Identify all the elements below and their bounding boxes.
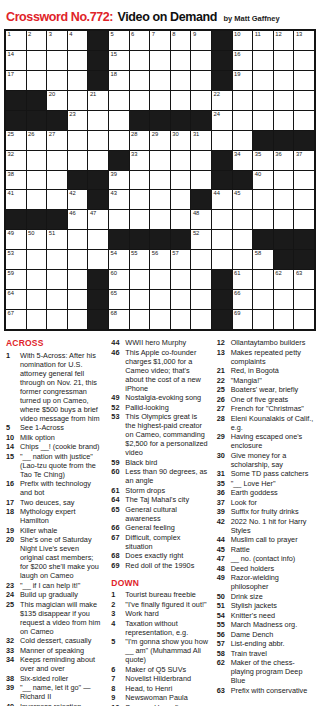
white-cell[interactable] <box>47 290 67 309</box>
white-cell[interactable] <box>274 71 294 90</box>
white-cell[interactable] <box>233 111 253 130</box>
clue-across-68: 68Does exactly right <box>111 551 208 560</box>
cell-number: 32 <box>8 151 14 158</box>
clue-across-5: 5See 1-Across <box>6 423 103 432</box>
cell-number: 26 <box>28 131 34 138</box>
black-cell <box>212 310 232 329</box>
clue-number: 28 <box>217 414 231 432</box>
clue-text: Earth goddess <box>231 488 314 497</box>
white-cell[interactable] <box>253 71 273 90</box>
white-cell[interactable]: 19 <box>233 71 253 90</box>
white-cell[interactable] <box>130 210 150 229</box>
white-cell[interactable] <box>68 310 88 329</box>
white-cell[interactable] <box>47 71 67 90</box>
white-cell[interactable] <box>130 71 150 90</box>
white-cell[interactable] <box>130 171 150 190</box>
white-cell[interactable] <box>47 190 67 209</box>
white-cell[interactable]: 30 <box>171 131 191 150</box>
clue-number: 1 <box>111 590 125 599</box>
white-cell[interactable]: 35 <box>253 151 273 170</box>
white-cell[interactable] <box>274 210 294 229</box>
white-cell[interactable]: 52 <box>191 230 211 249</box>
clue-text: Does exactly right <box>125 551 208 560</box>
white-cell[interactable]: 59 <box>6 270 26 289</box>
white-cell[interactable] <box>294 71 314 90</box>
white-cell[interactable] <box>130 190 150 209</box>
puzzle-byline: by Matt Gaffney <box>223 14 279 23</box>
white-cell[interactable] <box>88 111 108 130</box>
black-cell <box>88 290 108 309</box>
clue-across-17: 17Two deuces, say <box>6 498 103 507</box>
cell-number: 50 <box>28 230 34 237</box>
white-cell[interactable]: 5 <box>109 31 129 50</box>
white-cell[interactable] <box>171 290 191 309</box>
white-cell[interactable] <box>109 91 129 110</box>
white-cell[interactable]: 60 <box>109 270 129 289</box>
white-cell[interactable] <box>233 250 253 269</box>
white-cell[interactable] <box>171 151 191 170</box>
white-cell[interactable]: 37 <box>294 151 314 170</box>
white-cell[interactable] <box>27 310 47 329</box>
clue-text: Six-sided roller <box>20 674 103 683</box>
white-cell[interactable]: 33 <box>130 151 150 170</box>
cell-number: 47 <box>90 210 96 217</box>
white-cell[interactable]: 54 <box>109 250 129 269</box>
clue-number: 22 <box>217 376 231 385</box>
clue-text: Suffix for fruity drinks <box>231 507 314 516</box>
white-cell[interactable]: 17 <box>6 71 26 90</box>
clue-column-3: 12Ollantaytambo builders13Makes repeated… <box>217 338 314 706</box>
cell-number: 11 <box>255 31 261 38</box>
black-cell <box>88 51 108 70</box>
white-cell[interactable]: 32 <box>6 151 26 170</box>
clue-lists: ACROSS1With 5-Across: After his nominati… <box>6 338 314 706</box>
clue-text: French for "Christmas" <box>231 404 314 413</box>
white-cell[interactable] <box>171 310 191 329</box>
white-cell[interactable]: 34 <box>233 151 253 170</box>
cell-number: 28 <box>131 131 137 138</box>
white-cell[interactable] <box>191 51 211 70</box>
white-cell[interactable]: 44 <box>212 190 232 209</box>
white-cell[interactable]: 11 <box>253 31 273 50</box>
cell-number: 44 <box>214 190 220 197</box>
white-cell[interactable]: 43 <box>109 190 129 209</box>
white-cell[interactable]: 25 <box>6 131 26 150</box>
clue-text: Keeps reminding about over and over <box>20 655 103 673</box>
white-cell[interactable] <box>212 210 232 229</box>
white-cell[interactable] <box>191 290 211 309</box>
white-cell[interactable] <box>68 71 88 90</box>
white-cell[interactable] <box>294 51 314 70</box>
black-cell <box>212 151 232 170</box>
black-cell <box>130 111 150 130</box>
clue-down-44: 44Muslim call to prayer <box>217 535 314 544</box>
clue-text: Prefix with conservative <box>231 686 314 695</box>
white-cell[interactable]: 51 <box>47 230 67 249</box>
white-cell[interactable]: 7 <box>150 31 170 50</box>
cell-number: 29 <box>152 131 158 138</box>
white-cell[interactable]: 18 <box>109 71 129 90</box>
white-cell[interactable] <box>27 171 47 190</box>
white-cell[interactable]: 53 <box>6 250 26 269</box>
white-cell[interactable] <box>233 230 253 249</box>
black-cell <box>212 51 232 70</box>
white-cell[interactable] <box>88 131 108 150</box>
white-cell[interactable] <box>253 270 273 289</box>
cell-number: 63 <box>296 270 302 277</box>
white-cell[interactable] <box>150 171 170 190</box>
white-cell[interactable] <box>253 190 273 209</box>
white-cell[interactable]: 61 <box>233 270 253 289</box>
white-cell[interactable]: 20 <box>47 91 67 110</box>
white-cell[interactable] <box>27 290 47 309</box>
white-cell[interactable] <box>212 230 232 249</box>
cell-number: 61 <box>234 270 240 277</box>
white-cell[interactable] <box>212 250 232 269</box>
white-cell[interactable] <box>109 210 129 229</box>
white-cell[interactable]: 6 <box>130 31 150 50</box>
clue-number: 57 <box>217 639 231 648</box>
white-cell[interactable] <box>150 270 170 289</box>
white-cell[interactable]: 14 <box>6 51 26 70</box>
white-cell[interactable] <box>27 190 47 209</box>
white-cell[interactable]: 41 <box>6 190 26 209</box>
clue-text: Having escaped one's enclosure <box>231 432 314 450</box>
white-cell[interactable] <box>212 131 232 150</box>
white-cell[interactable] <box>171 71 191 90</box>
white-cell[interactable] <box>47 51 67 70</box>
white-cell[interactable] <box>88 151 108 170</box>
white-cell[interactable] <box>68 151 88 170</box>
cell-number: 22 <box>214 91 220 98</box>
clue-number: 48 <box>217 564 231 573</box>
white-cell[interactable]: 64 <box>6 290 26 309</box>
white-cell[interactable] <box>68 290 88 309</box>
clue-across-18: 18Mythology expert Hamilton <box>6 507 103 525</box>
clue-down-6: 6Maker of Q5 SUVs <box>111 665 208 674</box>
white-cell[interactable] <box>150 71 170 90</box>
white-cell[interactable] <box>47 151 67 170</box>
white-cell[interactable] <box>191 270 211 289</box>
white-cell[interactable] <box>274 171 294 190</box>
clue-number: 5 <box>111 637 125 664</box>
white-cell[interactable] <box>274 51 294 70</box>
white-cell[interactable]: 15 <box>109 51 129 70</box>
clue-text: "__ Love Her" <box>231 479 314 488</box>
white-cell[interactable] <box>294 111 314 130</box>
white-cell[interactable] <box>68 250 88 269</box>
white-cell[interactable] <box>130 270 150 289</box>
white-cell[interactable]: 46 <box>68 210 88 229</box>
white-cell[interactable] <box>68 230 88 249</box>
clue-down-9: 9Newswoman Paula <box>111 693 208 702</box>
clue-number: 26 <box>217 395 231 404</box>
white-cell[interactable]: 66 <box>233 290 253 309</box>
clue-down-2: 2"I've finally figured it out!" <box>111 600 208 609</box>
white-cell[interactable]: 38 <box>6 171 26 190</box>
white-cell[interactable]: 27 <box>47 131 67 150</box>
cell-number: 27 <box>49 131 55 138</box>
clue-number: 17 <box>6 498 20 507</box>
white-cell[interactable] <box>150 310 170 329</box>
white-cell[interactable]: 3 <box>47 31 67 50</box>
clue-text: Maker of the chess-playing program Deep … <box>231 658 314 685</box>
cell-number: 13 <box>296 31 302 38</box>
white-cell[interactable]: 1 <box>6 31 26 50</box>
white-cell[interactable] <box>47 310 67 329</box>
clue-text: List-ending abbr. <box>231 639 314 648</box>
white-cell[interactable]: 4 <box>68 31 88 50</box>
clue-number: 24 <box>6 590 20 599</box>
white-cell[interactable] <box>150 51 170 70</box>
white-cell[interactable] <box>109 131 129 150</box>
white-cell[interactable] <box>253 91 273 110</box>
clue-across-10: 10Milk option <box>6 433 103 442</box>
white-cell[interactable] <box>27 270 47 289</box>
clue-down-35: 35"__ Love Her" <box>217 479 314 488</box>
clue-text: 2022 No. 1 hit for Harry Styles <box>231 517 314 535</box>
white-cell[interactable] <box>171 210 191 229</box>
white-cell[interactable] <box>27 51 47 70</box>
clue-text: With 5-Across: After his nomination for … <box>20 351 103 423</box>
white-cell[interactable] <box>191 91 211 110</box>
white-cell[interactable] <box>130 290 150 309</box>
white-cell[interactable] <box>68 51 88 70</box>
white-cell[interactable] <box>191 310 211 329</box>
white-cell[interactable] <box>294 171 314 190</box>
white-cell[interactable] <box>88 250 108 269</box>
white-cell[interactable]: 13 <box>294 31 314 50</box>
black-cell <box>6 111 26 130</box>
white-cell[interactable] <box>171 51 191 70</box>
clue-number: 39 <box>217 507 231 516</box>
white-cell[interactable]: 45 <box>233 190 253 209</box>
white-cell[interactable]: 69 <box>233 310 253 329</box>
clue-down-48: 48Deed holders <box>217 564 314 573</box>
white-cell[interactable] <box>294 290 314 309</box>
white-cell[interactable] <box>274 111 294 130</box>
white-cell[interactable] <box>171 270 191 289</box>
white-cell[interactable] <box>130 51 150 70</box>
white-cell[interactable] <box>253 290 273 309</box>
clue-down-58: 58Train travel <box>217 649 314 658</box>
cell-number: 39 <box>111 171 117 178</box>
cell-number: 31 <box>193 131 199 138</box>
clue-number: 18 <box>6 507 20 525</box>
white-cell[interactable]: 21 <box>88 91 108 110</box>
clue-text: Stylish jackets <box>231 601 314 610</box>
cell-number: 66 <box>234 290 240 297</box>
white-cell[interactable]: 50 <box>27 230 47 249</box>
clue-number: 36 <box>217 488 231 497</box>
clue-text: Novelist Hilderbrand <box>125 674 208 683</box>
black-cell <box>47 210 67 229</box>
white-cell[interactable] <box>233 131 253 150</box>
white-cell[interactable]: 10 <box>233 31 253 50</box>
cell-number: 23 <box>69 111 75 118</box>
black-cell <box>6 210 26 229</box>
white-cell[interactable]: 47 <box>88 210 108 229</box>
clue-text: "__ if I can help it!" <box>20 581 103 590</box>
white-cell[interactable]: 28 <box>130 131 150 150</box>
white-cell[interactable] <box>253 310 273 329</box>
white-cell[interactable]: 55 <box>130 250 150 269</box>
clue-text: Makes repeated petty complaints <box>231 348 314 366</box>
white-cell[interactable] <box>27 151 47 170</box>
white-cell[interactable] <box>233 91 253 110</box>
white-cell[interactable]: 56 <box>150 250 170 269</box>
white-cell[interactable]: 8 <box>171 31 191 50</box>
clue-text: Rattle <box>231 545 314 554</box>
clue-across-60: 60Less than 90 degrees, as an angle <box>111 467 208 485</box>
white-cell[interactable] <box>191 71 211 90</box>
white-cell[interactable]: 39 <box>109 171 129 190</box>
puzzle-title: Video on Demand <box>118 10 217 24</box>
clue-number: 14 <box>6 442 20 451</box>
white-cell[interactable] <box>109 111 129 130</box>
white-cell[interactable]: 65 <box>109 290 129 309</box>
white-cell[interactable] <box>274 290 294 309</box>
black-cell <box>253 230 273 249</box>
white-cell[interactable]: 68 <box>109 310 129 329</box>
white-cell[interactable]: 24 <box>212 111 232 130</box>
clue-down-45: 45Rattle <box>217 545 314 554</box>
white-cell[interactable] <box>191 151 211 170</box>
cell-number: 19 <box>234 71 240 78</box>
clue-number: 58 <box>217 649 231 658</box>
white-cell[interactable] <box>191 250 211 269</box>
white-cell[interactable] <box>47 270 67 289</box>
clue-down-50: 50Drink size <box>217 592 314 601</box>
white-cell[interactable] <box>150 151 170 170</box>
clue-across-32: 32Cold dessert, casually <box>6 636 103 645</box>
white-cell[interactable]: 48 <box>191 210 211 229</box>
white-cell[interactable] <box>27 250 47 269</box>
white-cell[interactable] <box>150 91 170 110</box>
clue-number: 10 <box>6 433 20 442</box>
clue-number: 47 <box>217 554 231 563</box>
cell-number: 59 <box>8 270 14 277</box>
clue-number: 67 <box>111 533 125 551</box>
white-cell[interactable] <box>150 290 170 309</box>
black-cell <box>212 71 232 90</box>
clue-across-69: 69Red doll of the 1990s <box>111 561 208 570</box>
white-cell[interactable] <box>294 190 314 209</box>
white-cell[interactable] <box>130 310 150 329</box>
clue-text: Black bird <box>125 458 208 467</box>
clue-number: 39 <box>6 683 20 701</box>
white-cell[interactable]: 63 <box>294 270 314 289</box>
cell-number: 1 <box>8 31 11 38</box>
white-cell[interactable]: 67 <box>6 310 26 329</box>
white-cell[interactable] <box>88 230 108 249</box>
clue-text: WWII hero Murphy <box>125 338 208 347</box>
white-cell[interactable]: 62 <box>274 270 294 289</box>
white-cell[interactable]: 42 <box>68 190 88 209</box>
white-cell[interactable]: 2 <box>27 31 47 50</box>
white-cell[interactable] <box>150 210 170 229</box>
cell-number: 6 <box>131 31 134 38</box>
clue-down-22: 22"Mangia!" <box>217 376 314 385</box>
white-cell[interactable] <box>294 210 314 229</box>
clue-across-44: 44WWII hero Murphy <box>111 338 208 347</box>
cell-number: 62 <box>275 270 281 277</box>
clue-text: This magician will make $135 disappear i… <box>20 600 103 636</box>
white-cell[interactable]: 23 <box>68 111 88 130</box>
clue-across-39: 39"__ name, let it go" —Richard II <box>6 683 103 701</box>
clue-across-16: 16Prefix with technology and bot <box>6 479 103 497</box>
white-cell[interactable]: 22 <box>212 91 232 110</box>
white-cell[interactable] <box>294 310 314 329</box>
white-cell[interactable]: 36 <box>274 151 294 170</box>
white-cell[interactable]: 26 <box>27 131 47 150</box>
white-cell[interactable] <box>68 131 88 150</box>
black-cell <box>109 230 129 249</box>
white-cell[interactable] <box>253 111 273 130</box>
clue-text: Train travel <box>231 649 314 658</box>
white-cell[interactable] <box>233 210 253 229</box>
white-cell[interactable] <box>47 250 67 269</box>
white-cell[interactable] <box>253 210 273 229</box>
cell-number: 21 <box>90 91 96 98</box>
clue-text: Dame Dench <box>231 630 314 639</box>
white-cell[interactable] <box>150 190 170 209</box>
white-cell[interactable]: 16 <box>233 51 253 70</box>
white-cell[interactable] <box>47 171 67 190</box>
cell-number: 41 <box>8 190 14 197</box>
cell-number: 45 <box>234 190 240 197</box>
white-cell[interactable] <box>68 91 88 110</box>
white-cell[interactable]: 58 <box>253 250 273 269</box>
white-cell[interactable] <box>68 270 88 289</box>
white-cell[interactable]: 31 <box>191 131 211 150</box>
white-cell[interactable] <box>274 310 294 329</box>
clue-text: Inverness rejection <box>20 702 103 706</box>
clue-text: She's one of Saturday Night Live's seven… <box>20 535 103 580</box>
black-cell <box>233 171 253 190</box>
white-cell[interactable] <box>27 71 47 90</box>
cell-number: 17 <box>8 71 14 78</box>
clue-down-54: 54Knitter's need <box>217 611 314 620</box>
clue-text: Chips __! (cookie brand) <box>20 442 103 451</box>
white-cell[interactable] <box>294 91 314 110</box>
clue-down-55: 55March Madness org. <box>217 620 314 629</box>
white-cell[interactable] <box>130 91 150 110</box>
white-cell[interactable]: 12 <box>274 31 294 50</box>
cell-number: 18 <box>111 71 117 78</box>
white-cell[interactable]: 40 <box>253 171 273 190</box>
white-cell[interactable] <box>274 91 294 110</box>
white-cell[interactable] <box>253 51 273 70</box>
cell-number: 33 <box>131 151 137 158</box>
white-cell[interactable] <box>171 91 191 110</box>
cell-number: 8 <box>172 31 175 38</box>
clue-text: Nostalgia-evoking song <box>125 393 208 402</box>
clue-text: Boaters' wear, briefly <box>231 385 314 394</box>
white-cell[interactable] <box>171 190 191 209</box>
black-cell <box>150 111 170 130</box>
white-cell[interactable]: 49 <box>6 230 26 249</box>
white-cell[interactable]: 57 <box>171 250 191 269</box>
white-cell[interactable] <box>171 171 191 190</box>
white-cell[interactable]: 9 <box>191 31 211 50</box>
white-cell[interactable] <box>191 171 211 190</box>
white-cell[interactable]: 29 <box>150 131 170 150</box>
clue-down-57: 57List-ending abbr. <box>217 639 314 648</box>
clue-text: Taxation without representation, e.g. <box>125 619 208 637</box>
white-cell[interactable] <box>274 190 294 209</box>
clue-number: 62 <box>217 658 231 685</box>
